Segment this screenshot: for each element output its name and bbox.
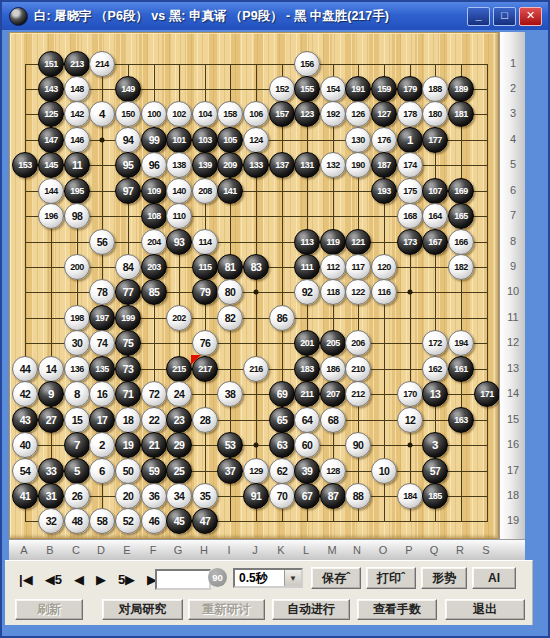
row-label-16: 16 <box>507 438 519 450</box>
stone-D10: 78 <box>89 279 115 305</box>
stone-A17: 54 <box>12 458 38 484</box>
stone-L17: 39 <box>294 458 320 484</box>
column-label-I: I <box>227 544 230 556</box>
stone-F7: 108 <box>141 203 167 229</box>
stone-L5: 131 <box>294 152 320 178</box>
stone-O4: 176 <box>371 127 397 153</box>
stone-E3: 150 <box>115 101 141 127</box>
stone-C5: 11 <box>64 152 90 178</box>
stone-R7: 165 <box>448 203 474 229</box>
chevron-down-icon[interactable]: ▼ <box>284 570 301 586</box>
stone-P15: 12 <box>397 407 423 433</box>
refresh-button: 刷新 <box>15 599 83 620</box>
delay-value: 0.5秒 <box>235 570 284 587</box>
stone-E9: 84 <box>115 254 141 280</box>
stone-D16: 2 <box>89 432 115 458</box>
row-label-9: 9 <box>510 260 516 272</box>
back-1-button[interactable]: ◀ <box>74 572 84 587</box>
stone-G6: 140 <box>166 178 192 204</box>
stone-D17: 6 <box>89 458 115 484</box>
stone-C18: 26 <box>64 483 90 509</box>
stone-K2: 152 <box>269 76 295 102</box>
stone-M2: 154 <box>320 76 346 102</box>
column-label-D: D <box>97 544 105 556</box>
column-label-J: J <box>252 544 258 556</box>
stone-C14: 8 <box>64 381 90 407</box>
stone-M15: 68 <box>320 407 346 433</box>
stone-J4: 124 <box>243 127 269 153</box>
column-label-S: S <box>482 544 489 556</box>
stone-J18: 91 <box>243 483 269 509</box>
stone-G19: 45 <box>166 508 192 534</box>
stone-J17: 129 <box>243 458 269 484</box>
forward-5-button[interactable]: 5▶ <box>118 572 135 587</box>
app-window: 白: 屠晓宇 （P6段） vs 黑: 申真谞 （P9段） - 黑 中盘胜(217… <box>0 0 550 638</box>
stone-L9: 111 <box>294 254 320 280</box>
stone-B3: 125 <box>38 101 64 127</box>
stone-N16: 90 <box>345 432 371 458</box>
stone-C6: 195 <box>64 178 90 204</box>
row-label-2: 2 <box>510 82 516 94</box>
stone-E16: 19 <box>115 432 141 458</box>
row-label-13: 13 <box>507 362 519 374</box>
stone-F16: 21 <box>141 432 167 458</box>
stone-F14: 72 <box>141 381 167 407</box>
stone-Q16: 3 <box>422 432 448 458</box>
stone-N12: 206 <box>345 330 371 356</box>
stone-B7: 196 <box>38 203 64 229</box>
stone-B18: 31 <box>38 483 64 509</box>
row-label-8: 8 <box>510 235 516 247</box>
stone-Q17: 57 <box>422 458 448 484</box>
position-judge-button[interactable]: 形势 <box>421 567 467 589</box>
column-label-G: G <box>174 544 183 556</box>
stone-N3: 126 <box>345 101 371 127</box>
go-start-button[interactable]: |◀ <box>19 572 33 587</box>
stone-O3: 127 <box>371 101 397 127</box>
stone-E2: 149 <box>115 76 141 102</box>
stone-F18: 36 <box>141 483 167 509</box>
stone-A18: 41 <box>12 483 38 509</box>
row-label-11: 11 <box>507 311 518 323</box>
row-label-18: 18 <box>507 489 519 501</box>
stone-J9: 83 <box>243 254 269 280</box>
stone-M14: 207 <box>320 381 346 407</box>
stone-K17: 62 <box>269 458 295 484</box>
stone-I9: 81 <box>217 254 243 280</box>
stone-A16: 40 <box>12 432 38 458</box>
stone-G5: 138 <box>166 152 192 178</box>
auto-play-button[interactable]: 自动进行 <box>272 599 350 620</box>
stone-D15: 17 <box>89 407 115 433</box>
stone-Q18: 185 <box>422 483 448 509</box>
stone-K11: 86 <box>269 305 295 331</box>
stone-K5: 137 <box>269 152 295 178</box>
stone-C3: 142 <box>64 101 90 127</box>
stone-N14: 212 <box>345 381 371 407</box>
stone-N5: 190 <box>345 152 371 178</box>
stone-O9: 120 <box>371 254 397 280</box>
stone-C13: 136 <box>64 356 90 382</box>
stone-D13: 135 <box>89 356 115 382</box>
stone-L14: 211 <box>294 381 320 407</box>
app-icon <box>9 7 28 26</box>
stone-B6: 144 <box>38 178 64 204</box>
stone-M10: 118 <box>320 279 346 305</box>
go-board[interactable]: 1512132141561431481491521551541911591791… <box>9 32 499 539</box>
column-label-F: F <box>150 544 157 556</box>
stone-R8: 166 <box>448 229 474 255</box>
stone-G8: 93 <box>166 229 192 255</box>
stone-E18: 20 <box>115 483 141 509</box>
row-label-7: 7 <box>510 209 516 221</box>
stone-M13: 186 <box>320 356 346 382</box>
stone-L3: 123 <box>294 101 320 127</box>
stone-F10: 85 <box>141 279 167 305</box>
stone-O10: 116 <box>371 279 397 305</box>
stone-N10: 122 <box>345 279 371 305</box>
maximize-button[interactable]: □ <box>493 7 516 26</box>
stone-G18: 34 <box>166 483 192 509</box>
stone-M8: 119 <box>320 229 346 255</box>
stone-L13: 183 <box>294 356 320 382</box>
column-label-Q: Q <box>430 544 439 556</box>
stone-D12: 74 <box>89 330 115 356</box>
game-research-button[interactable]: 对局研究 <box>102 599 183 620</box>
stone-D3: 4 <box>89 101 115 127</box>
stone-P18: 184 <box>397 483 423 509</box>
stone-C11: 198 <box>64 305 90 331</box>
stone-A14: 42 <box>12 381 38 407</box>
save-button[interactable]: 保存ˆ <box>311 567 361 589</box>
stone-C9: 200 <box>64 254 90 280</box>
stone-F8: 204 <box>141 229 167 255</box>
stone-L8: 113 <box>294 229 320 255</box>
view-moves-button[interactable]: 查看手数 <box>357 599 437 620</box>
stone-Q12: 172 <box>422 330 448 356</box>
stone-N4: 130 <box>345 127 371 153</box>
stone-D8: 56 <box>89 229 115 255</box>
stone-R13: 161 <box>448 356 474 382</box>
stone-H15: 28 <box>192 407 218 433</box>
grid-line <box>487 64 488 522</box>
stone-B2: 143 <box>38 76 64 102</box>
stone-P6: 175 <box>397 178 423 204</box>
minimize-button[interactable]: _ <box>467 7 490 26</box>
column-label-A: A <box>20 544 27 556</box>
stone-I16: 53 <box>217 432 243 458</box>
stone-O17: 10 <box>371 458 397 484</box>
stone-M18: 87 <box>320 483 346 509</box>
re-discuss-button: 重新研讨 <box>188 599 265 620</box>
stone-R12: 194 <box>448 330 474 356</box>
close-button[interactable]: ✕ <box>519 7 542 26</box>
stone-I3: 158 <box>217 101 243 127</box>
stone-M17: 128 <box>320 458 346 484</box>
row-label-6: 6 <box>510 184 516 196</box>
stone-M9: 112 <box>320 254 346 280</box>
stone-B13: 14 <box>38 356 64 382</box>
stone-D1: 214 <box>89 51 115 77</box>
stone-N8: 121 <box>345 229 371 255</box>
stone-H3: 104 <box>192 101 218 127</box>
stone-R9: 182 <box>448 254 474 280</box>
stone-G17: 25 <box>166 458 192 484</box>
stone-S14: 171 <box>474 381 500 407</box>
stone-F4: 99 <box>141 127 167 153</box>
stone-I11: 82 <box>217 305 243 331</box>
stone-E12: 75 <box>115 330 141 356</box>
column-label-R: R <box>456 544 464 556</box>
stone-R15: 163 <box>448 407 474 433</box>
column-label-K: K <box>277 544 284 556</box>
column-label-E: E <box>123 544 130 556</box>
stone-K18: 70 <box>269 483 295 509</box>
stone-H10: 79 <box>192 279 218 305</box>
row-label-12: 12 <box>507 336 519 348</box>
star-point <box>254 290 259 295</box>
navigation-controls: |◀ ◀5 ◀ ▶ 5▶ ▶| <box>19 572 161 587</box>
stone-B19: 32 <box>38 508 64 534</box>
stone-I6: 141 <box>217 178 243 204</box>
stone-G15: 23 <box>166 407 192 433</box>
stone-B4: 147 <box>38 127 64 153</box>
stone-Q8: 167 <box>422 229 448 255</box>
stone-H8: 114 <box>192 229 218 255</box>
stone-H4: 103 <box>192 127 218 153</box>
stone-L1: 156 <box>294 51 320 77</box>
stone-J3: 106 <box>243 101 269 127</box>
stone-F3: 100 <box>141 101 167 127</box>
delay-select[interactable]: 0.5秒 ▼ <box>233 568 303 588</box>
stone-H5: 139 <box>192 152 218 178</box>
stone-C15: 15 <box>64 407 90 433</box>
stone-P2: 179 <box>397 76 423 102</box>
stone-B15: 27 <box>38 407 64 433</box>
stone-E4: 94 <box>115 127 141 153</box>
grid-line <box>461 64 462 522</box>
column-label-B: B <box>46 544 53 556</box>
stone-I4: 105 <box>217 127 243 153</box>
stone-O2: 159 <box>371 76 397 102</box>
stone-K15: 65 <box>269 407 295 433</box>
stone-K3: 157 <box>269 101 295 127</box>
stone-P8: 173 <box>397 229 423 255</box>
stone-I5: 209 <box>217 152 243 178</box>
row-label-5: 5 <box>510 158 516 170</box>
stone-A5: 153 <box>12 152 38 178</box>
move-number-input[interactable] <box>155 569 211 590</box>
stone-K16: 63 <box>269 432 295 458</box>
stone-L16: 60 <box>294 432 320 458</box>
stone-Q3: 180 <box>422 101 448 127</box>
star-point <box>100 138 105 143</box>
row-label-3: 3 <box>510 107 516 119</box>
stone-R3: 181 <box>448 101 474 127</box>
stone-F5: 96 <box>141 152 167 178</box>
stone-L10: 92 <box>294 279 320 305</box>
stone-Q4: 177 <box>422 127 448 153</box>
stone-C16: 7 <box>64 432 90 458</box>
row-coordinate-strip: 12345678910111213141516171819 <box>499 32 525 539</box>
stone-H18: 35 <box>192 483 218 509</box>
stone-M5: 132 <box>320 152 346 178</box>
stone-F9: 203 <box>141 254 167 280</box>
stone-B1: 151 <box>38 51 64 77</box>
column-label-C: C <box>72 544 80 556</box>
stone-Q14: 13 <box>422 381 448 407</box>
stone-D11: 197 <box>89 305 115 331</box>
star-point <box>408 443 413 448</box>
star-point <box>254 443 259 448</box>
stone-Q2: 188 <box>422 76 448 102</box>
column-label-H: H <box>200 544 208 556</box>
row-label-15: 15 <box>507 413 519 425</box>
column-label-O: O <box>379 544 388 556</box>
stone-I14: 38 <box>217 381 243 407</box>
stone-P7: 168 <box>397 203 423 229</box>
stone-C2: 148 <box>64 76 90 102</box>
stone-H9: 115 <box>192 254 218 280</box>
stone-M12: 205 <box>320 330 346 356</box>
stone-L15: 64 <box>294 407 320 433</box>
control-panel: |◀ ◀5 ◀ ▶ 5▶ ▶| 90 0.5秒 ▼ 保存ˆ 打印ˆ 形势 AI … <box>5 560 533 625</box>
stone-J5: 133 <box>243 152 269 178</box>
stone-L2: 155 <box>294 76 320 102</box>
stone-E19: 52 <box>115 508 141 534</box>
stone-G4: 101 <box>166 127 192 153</box>
stone-P5: 174 <box>397 152 423 178</box>
stone-C1: 213 <box>64 51 90 77</box>
row-label-14: 14 <box>507 387 519 399</box>
stone-P4: 1 <box>397 127 423 153</box>
print-button[interactable]: 打印ˆ <box>366 567 416 589</box>
column-label-P: P <box>405 544 412 556</box>
stone-P3: 178 <box>397 101 423 127</box>
stone-C7: 98 <box>64 203 90 229</box>
column-coordinate-strip: ABCDEFGHIJKLMNOPQRS <box>9 539 525 560</box>
column-label-L: L <box>303 544 309 556</box>
stone-A13: 44 <box>12 356 38 382</box>
exit-button[interactable]: 退出 <box>445 599 525 620</box>
stone-K14: 69 <box>269 381 295 407</box>
stone-E15: 18 <box>115 407 141 433</box>
column-label-M: M <box>327 544 336 556</box>
stone-G11: 202 <box>166 305 192 331</box>
stone-C12: 30 <box>64 330 90 356</box>
stone-J13: 216 <box>243 356 269 382</box>
stone-M3: 192 <box>320 101 346 127</box>
stone-G14: 24 <box>166 381 192 407</box>
stone-G13: 215 <box>166 356 192 382</box>
window-title: 白: 屠晓宇 （P6段） vs 黑: 申真谞 （P9段） - 黑 中盘胜(217… <box>34 8 389 25</box>
stone-B17: 33 <box>38 458 64 484</box>
stone-F15: 22 <box>141 407 167 433</box>
stone-Q6: 107 <box>422 178 448 204</box>
stone-I17: 37 <box>217 458 243 484</box>
back-5-button[interactable]: ◀5 <box>45 572 62 587</box>
stone-N9: 117 <box>345 254 371 280</box>
ai-button[interactable]: AI <box>472 567 516 589</box>
stone-A15: 43 <box>12 407 38 433</box>
row-label-1: 1 <box>510 57 516 69</box>
stone-H19: 47 <box>192 508 218 534</box>
stone-O6: 193 <box>371 178 397 204</box>
stone-L12: 201 <box>294 330 320 356</box>
row-label-17: 17 <box>507 464 519 476</box>
row-label-4: 4 <box>510 133 516 145</box>
stone-C4: 146 <box>64 127 90 153</box>
stone-E14: 71 <box>115 381 141 407</box>
stone-B14: 9 <box>38 381 64 407</box>
row-label-19: 19 <box>507 514 519 526</box>
stone-G7: 110 <box>166 203 192 229</box>
star-point <box>408 290 413 295</box>
title-bar: 白: 屠晓宇 （P6段） vs 黑: 申真谞 （P9段） - 黑 中盘胜(217… <box>2 2 548 30</box>
stone-E17: 50 <box>115 458 141 484</box>
stone-N18: 88 <box>345 483 371 509</box>
last-move-marker <box>191 355 201 365</box>
stone-E13: 73 <box>115 356 141 382</box>
stone-F17: 59 <box>141 458 167 484</box>
stone-E5: 95 <box>115 152 141 178</box>
stone-B5: 145 <box>38 152 64 178</box>
stone-R2: 189 <box>448 76 474 102</box>
move-count-badge: 90 <box>208 568 227 587</box>
stone-D14: 16 <box>89 381 115 407</box>
stone-C19: 48 <box>64 508 90 534</box>
stone-E11: 199 <box>115 305 141 331</box>
row-label-10: 10 <box>507 285 519 297</box>
stone-F19: 46 <box>141 508 167 534</box>
stone-H12: 76 <box>192 330 218 356</box>
stone-R6: 169 <box>448 178 474 204</box>
stone-P14: 170 <box>397 381 423 407</box>
stone-D19: 58 <box>89 508 115 534</box>
stone-O5: 187 <box>371 152 397 178</box>
stone-L18: 67 <box>294 483 320 509</box>
forward-1-button[interactable]: ▶ <box>96 572 106 587</box>
stone-H6: 208 <box>192 178 218 204</box>
stone-E6: 97 <box>115 178 141 204</box>
stone-G16: 29 <box>166 432 192 458</box>
stone-N13: 210 <box>345 356 371 382</box>
stone-N2: 191 <box>345 76 371 102</box>
stone-C17: 5 <box>64 458 90 484</box>
column-label-N: N <box>353 544 361 556</box>
stone-I10: 80 <box>217 279 243 305</box>
stone-E10: 77 <box>115 279 141 305</box>
stone-G3: 102 <box>166 101 192 127</box>
stone-Q13: 162 <box>422 356 448 382</box>
stone-Q7: 164 <box>422 203 448 229</box>
stone-F6: 109 <box>141 178 167 204</box>
